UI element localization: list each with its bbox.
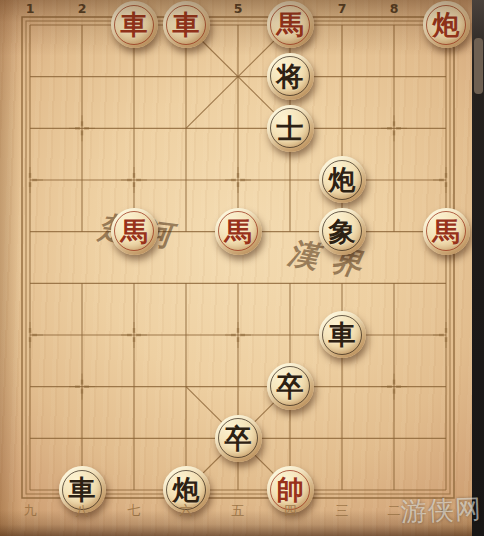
piece-character: 炮 xyxy=(329,166,356,193)
file-label-bottom: 四 xyxy=(264,502,316,520)
file-label-bottom: 八 xyxy=(56,502,108,520)
piece-character: 帥 xyxy=(277,476,304,503)
black-soldier[interactable]: 卒 xyxy=(215,415,262,462)
piece-character: 車 xyxy=(173,11,200,38)
red-chariot[interactable]: 車 xyxy=(163,1,210,48)
piece-character: 馬 xyxy=(225,218,252,245)
piece-character: 士 xyxy=(277,115,304,142)
piece-character: 炮 xyxy=(173,476,200,503)
app-screen: 123456789 楚河 漢界 車車馬炮将士炮馬馬象馬車卒卒車炮帥 九八七六五四… xyxy=(0,0,484,536)
piece-character: 炮 xyxy=(433,11,460,38)
black-advisor[interactable]: 士 xyxy=(267,105,314,152)
piece-character: 馬 xyxy=(433,218,460,245)
red-horse[interactable]: 馬 xyxy=(423,208,470,255)
black-chariot[interactable]: 車 xyxy=(319,311,366,358)
xiangqi-board[interactable]: 123456789 楚河 漢界 車車馬炮将士炮馬馬象馬車卒卒車炮帥 九八七六五四… xyxy=(0,0,472,536)
piece-character: 車 xyxy=(329,321,356,348)
site-watermark: 游侠网 xyxy=(400,492,482,530)
pieces-layer: 車車馬炮将士炮馬馬象馬車卒卒車炮帥 xyxy=(4,0,472,516)
black-soldier[interactable]: 卒 xyxy=(267,363,314,410)
piece-character: 馬 xyxy=(121,218,148,245)
scrollbar-track[interactable] xyxy=(472,0,484,536)
piece-character: 車 xyxy=(69,476,96,503)
red-cannon[interactable]: 炮 xyxy=(423,1,470,48)
piece-character: 馬 xyxy=(277,11,304,38)
scrollbar-thumb[interactable] xyxy=(474,38,483,94)
piece-character: 象 xyxy=(329,218,356,245)
piece-character: 卒 xyxy=(277,373,304,400)
piece-character: 車 xyxy=(121,11,148,38)
file-label-bottom: 三 xyxy=(316,502,368,520)
file-label-bottom: 九 xyxy=(4,502,56,520)
red-horse[interactable]: 馬 xyxy=(111,208,158,255)
file-label-bottom: 六 xyxy=(160,502,212,520)
black-cannon[interactable]: 炮 xyxy=(319,156,366,203)
black-elephant[interactable]: 象 xyxy=(319,208,366,255)
red-horse[interactable]: 馬 xyxy=(215,208,262,255)
piece-character: 卒 xyxy=(225,425,252,452)
black-general[interactable]: 将 xyxy=(267,53,314,100)
red-horse[interactable]: 馬 xyxy=(267,1,314,48)
piece-character: 将 xyxy=(277,63,304,90)
file-label-bottom: 五 xyxy=(212,502,264,520)
red-chariot[interactable]: 車 xyxy=(111,1,158,48)
file-label-bottom: 七 xyxy=(108,502,160,520)
